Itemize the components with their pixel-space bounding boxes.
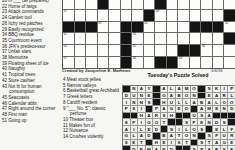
empty-cell (121, 10, 132, 21)
empty-cell (224, 45, 235, 56)
letter-cell: M (206, 106, 213, 112)
empty-cell (167, 33, 178, 44)
letter-cell: I (168, 140, 175, 146)
letter-cell: L (183, 99, 190, 105)
letter-cell: O (191, 86, 198, 92)
letter-cell: P (228, 86, 235, 92)
letter-cell: N (138, 93, 145, 99)
black-cell (183, 113, 190, 119)
letter-cell: E (228, 140, 235, 146)
letter-cell: E (176, 106, 183, 112)
empty-cell (224, 57, 235, 68)
empty-cell (75, 57, 86, 68)
black-cell (63, 22, 74, 33)
empty-cell (75, 0, 86, 9)
empty-cell (213, 33, 224, 44)
empty-cell: 49 (178, 57, 189, 68)
letter-cell: S (206, 86, 213, 92)
black-cell (176, 113, 183, 119)
letter-cell: O (153, 119, 160, 125)
black-cell (146, 106, 153, 112)
black-cell (123, 86, 130, 92)
letter-cell: S (198, 113, 205, 119)
black-cell (144, 10, 155, 21)
black-cell (224, 33, 235, 44)
black-cell (183, 146, 190, 150)
empty-cell (167, 22, 178, 33)
letter-cell: A (198, 106, 205, 112)
letter-cell: E (228, 146, 235, 150)
letter-cell: A (213, 140, 220, 146)
empty-cell (132, 0, 143, 9)
letter-cell: A (213, 93, 220, 99)
letter-cell: G (161, 93, 168, 99)
clue-item: 14 Crushes violently (63, 134, 121, 140)
empty-cell (144, 57, 155, 68)
black-cell (201, 22, 212, 33)
letter-cell: U (168, 99, 175, 105)
letter-cell: B (176, 93, 183, 99)
empty-cell (224, 0, 235, 9)
crossword-grid-unsolved: 34353637383940414243444546474849 (62, 0, 235, 69)
cell-number: 44 (64, 45, 67, 48)
empty-cell (75, 33, 86, 44)
author-credit: Created by Jacqueline E. Mathews (62, 68, 130, 73)
letter-cell: S (221, 146, 228, 150)
letter-cell: H (153, 140, 160, 146)
letter-cell: O (191, 126, 198, 132)
letter-cell: T (138, 140, 145, 146)
empty-cell (98, 10, 109, 21)
black-cell (190, 45, 201, 56)
letter-cell: P (153, 106, 160, 112)
black-cell (123, 113, 130, 119)
black-cell (228, 119, 235, 125)
empty-cell: 48 (132, 57, 143, 68)
letter-cell: K (213, 86, 220, 92)
black-cell (191, 140, 198, 146)
black-cell (221, 113, 228, 119)
across-clue-list: 20 In ___ (all prepared)22 Home of twigs… (2, 0, 59, 123)
empty-cell (98, 33, 109, 44)
letter-cell: L (138, 126, 145, 132)
letter-cell: B (161, 133, 168, 139)
letter-cell: G (123, 133, 130, 139)
letter-cell: A (161, 106, 168, 112)
letter-cell: G (168, 106, 175, 112)
letter-cell: D (228, 106, 235, 112)
letter-cell: R (221, 93, 228, 99)
empty-cell: 43 (132, 33, 143, 44)
letter-cell: E (213, 106, 220, 112)
solved-puzzle-title: Tuesday's Puzzle Solved (122, 72, 234, 78)
black-cell (176, 146, 183, 150)
letter-cell: P (198, 146, 205, 150)
letter-cell: A (161, 86, 168, 92)
letter-cell: S (221, 119, 228, 125)
letter-cell: L (131, 133, 138, 139)
letter-cell: T (183, 140, 190, 146)
cell-number: 38 (156, 10, 159, 13)
empty-cell (109, 33, 120, 44)
cell-number: 35 (110, 0, 113, 1)
letter-cell: S (131, 106, 138, 112)
empty-cell: 46 (201, 45, 212, 56)
empty-cell (178, 33, 189, 44)
letter-cell: S (161, 113, 168, 119)
letter-cell: O (183, 93, 190, 99)
letter-cell: T (176, 133, 183, 139)
black-cell (161, 126, 168, 132)
empty-cell (144, 33, 155, 44)
letter-cell: E (138, 146, 145, 150)
letter-cell: L (213, 99, 220, 105)
empty-cell (213, 45, 224, 56)
letter-cell: U (131, 93, 138, 99)
letter-cell: N (131, 99, 138, 105)
empty-cell (98, 45, 109, 56)
black-cell (228, 113, 235, 119)
empty-cell (213, 10, 224, 21)
letter-cell: A (168, 93, 175, 99)
letter-cell: S (168, 126, 175, 132)
black-cell (153, 133, 160, 139)
empty-cell (121, 0, 132, 9)
letter-cell: H (138, 113, 145, 119)
letter-cell: S (191, 146, 198, 150)
empty-cell: 36 (167, 0, 178, 9)
letter-cell: A (206, 113, 213, 119)
empty-cell (213, 0, 224, 9)
letter-cell: R (213, 146, 220, 150)
letter-cell: O (221, 99, 228, 105)
empty-cell (86, 0, 97, 9)
empty-cell: 45 (132, 45, 143, 56)
black-cell (224, 10, 235, 21)
empty-cell (86, 10, 97, 21)
cell-number: 46 (202, 45, 205, 48)
letter-cell: P (123, 106, 130, 112)
letter-cell: D (131, 146, 138, 150)
black-cell (176, 119, 183, 125)
letter-cell: O (183, 133, 190, 139)
empty-cell (75, 10, 86, 21)
empty-cell (201, 0, 212, 9)
letter-cell: H (168, 113, 175, 119)
letter-cell: N (161, 146, 168, 150)
letter-cell: Y (146, 86, 153, 92)
letter-cell: A (153, 146, 160, 150)
letter-cell: E (146, 126, 153, 132)
letter-cell: L (168, 86, 175, 92)
letter-cell: N (191, 93, 198, 99)
empty-cell: 38 (155, 10, 166, 21)
black-cell (131, 113, 138, 119)
letter-cell: A (138, 133, 145, 139)
black-cell (190, 22, 201, 33)
letter-cell: T (206, 140, 213, 146)
empty-cell: 42 (63, 33, 74, 44)
letter-cell: G (221, 140, 228, 146)
empty-cell (190, 57, 201, 68)
black-cell (198, 133, 205, 139)
black-cell (155, 57, 166, 68)
letter-cell: M (146, 146, 153, 150)
clue-item: 43 Not fit for human consumption (2, 84, 59, 95)
black-cell (167, 57, 178, 68)
cell-number: 39 (98, 22, 101, 25)
letter-cell: E (146, 93, 153, 99)
empty-cell (201, 10, 212, 21)
letter-cell: U (191, 113, 198, 119)
letter-cell: I (123, 99, 130, 105)
down-clue-list: 4 Meat stock jellies5 Narrow valleys6 Ba… (63, 77, 121, 140)
letter-cell: S (206, 133, 213, 139)
cell-number: 49 (179, 57, 182, 60)
letter-cell: I (221, 86, 228, 92)
letter-cell: R (153, 113, 160, 119)
letter-cell: D (146, 133, 153, 139)
black-cell (121, 33, 132, 44)
letter-cell: P (131, 119, 138, 125)
black-cell (146, 140, 153, 146)
letter-cell: E (206, 93, 213, 99)
empty-cell (86, 57, 97, 68)
empty-cell (86, 33, 97, 44)
letter-cell: S (198, 140, 205, 146)
letter-cell: B (198, 99, 205, 105)
letter-cell: L (228, 93, 235, 99)
letter-cell: L (183, 126, 190, 132)
empty-cell (190, 33, 201, 44)
empty-cell (98, 57, 109, 68)
black-cell (121, 45, 132, 56)
letter-cell: A (206, 99, 213, 105)
letter-cell: D (213, 119, 220, 125)
letter-cell: S (198, 126, 205, 132)
black-cell (153, 86, 160, 92)
letter-cell: D (168, 146, 175, 150)
letter-cell: P (191, 119, 198, 125)
letter-cell: E (198, 119, 205, 125)
letter-cell: S (146, 99, 153, 105)
letter-cell: L (221, 126, 228, 132)
black-cell (153, 93, 160, 99)
empty-cell: 37 (63, 10, 74, 21)
letter-cell: A (176, 86, 183, 92)
black-cell (86, 22, 97, 33)
empty-cell (109, 57, 120, 68)
letter-cell: T (161, 119, 168, 125)
letter-cell: E (161, 140, 168, 146)
empty-cell (213, 57, 224, 68)
letter-cell: N (191, 133, 198, 139)
empty-cell (167, 45, 178, 56)
empty-cell (201, 33, 212, 44)
black-cell (121, 57, 132, 68)
empty-cell: 41 (224, 22, 235, 33)
empty-cell (155, 33, 166, 44)
empty-cell (86, 45, 97, 56)
letter-cell: E (131, 140, 138, 146)
cell-number: 37 (64, 10, 67, 13)
letter-cell: E (213, 126, 220, 132)
black-cell (198, 93, 205, 99)
black-cell (213, 113, 220, 119)
black-cell (213, 22, 224, 33)
cell-number: 36 (167, 0, 170, 1)
letter-cell: I (138, 106, 145, 112)
letter-cell: A (206, 146, 213, 150)
empty-cell: 39 (98, 22, 109, 33)
empty-cell (109, 45, 120, 56)
empty-cell (178, 10, 189, 21)
empty-cell: 44 (63, 45, 74, 56)
letter-cell: L (176, 99, 183, 105)
black-cell (168, 119, 175, 125)
empty-cell: 40 (144, 22, 155, 33)
letter-cell: U (221, 133, 228, 139)
letter-cell: N (138, 99, 145, 105)
cell-number: 40 (144, 22, 147, 25)
clue-item: 9 "___ No. 5"; classic perfume (63, 106, 121, 117)
black-cell (206, 126, 213, 132)
cell-number: 41 (225, 22, 228, 25)
letter-cell: F (228, 126, 235, 132)
cell-number: 34 (64, 0, 67, 1)
letter-cell: A (123, 126, 130, 132)
empty-cell (201, 57, 212, 68)
empty-cell (75, 45, 86, 56)
black-cell (98, 0, 109, 9)
letter-cell: S (123, 140, 130, 146)
black-cell (75, 22, 86, 33)
empty-cell (144, 0, 155, 9)
empty-cell (190, 0, 201, 9)
black-cell (153, 99, 160, 105)
empty-cell (132, 10, 143, 21)
letter-cell: P (213, 133, 220, 139)
empty-cell (144, 45, 155, 56)
letter-cell: N (131, 86, 138, 92)
letter-cell: M (183, 86, 190, 92)
letter-cell: R (228, 133, 235, 139)
black-cell (178, 45, 189, 56)
letter-cell: A (191, 99, 198, 105)
letter-cell: O (228, 99, 235, 105)
letter-cell: D (183, 106, 190, 112)
empty-cell: 47 (63, 57, 74, 68)
letter-cell: N (221, 106, 228, 112)
cell-number: 48 (133, 57, 136, 60)
empty-cell (109, 22, 120, 33)
letter-cell: S (183, 119, 190, 125)
letter-cell: A (138, 86, 145, 92)
empty-cell: 34 (63, 0, 74, 9)
black-cell (191, 106, 198, 112)
empty-cell: 35 (109, 0, 120, 9)
black-cell (155, 0, 166, 9)
empty-cell (178, 0, 189, 9)
black-cell (123, 146, 130, 150)
letter-cell: S (123, 119, 130, 125)
clue-item: 51 Going up (2, 118, 59, 124)
letter-cell: H (161, 99, 168, 105)
letter-cell: A (168, 133, 175, 139)
empty-cell (155, 22, 166, 33)
letter-cell: N (206, 119, 213, 125)
letter-cell: D (123, 93, 130, 99)
empty-cell (109, 10, 120, 21)
empty-cell (190, 10, 201, 21)
black-cell (121, 22, 132, 33)
black-cell (132, 22, 143, 33)
cell-number: 45 (133, 45, 136, 48)
letter-cell: G (146, 119, 153, 125)
empty-cell (155, 45, 166, 56)
letter-cell: I (131, 126, 138, 132)
letter-cell: D (153, 126, 160, 132)
letter-cell: S (176, 140, 183, 146)
empty-cell (178, 22, 189, 33)
empty-cell (167, 10, 178, 21)
cell-number: 43 (133, 33, 136, 36)
letter-cell: A (146, 113, 153, 119)
cell-number: 47 (64, 57, 67, 60)
letter-cell: I (176, 126, 183, 132)
letter-cell: I (138, 119, 145, 125)
cell-number: 42 (64, 33, 67, 36)
crossword-grid-solved: NAYALAMOSKIPDUNEGABONEARLINNSHULLABALOOP… (122, 85, 235, 150)
black-cell (198, 86, 205, 92)
